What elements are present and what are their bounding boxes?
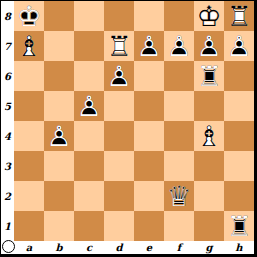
file-label-e: e — [134, 241, 164, 254]
rank-label-4: 4 — [1, 121, 14, 151]
file-label-d: d — [104, 241, 134, 254]
square-a2[interactable] — [14, 181, 44, 211]
piece-black-pawn[interactable]: ♟♙ — [104, 61, 134, 91]
square-d6[interactable]: ♟♙ — [104, 61, 134, 91]
square-a5[interactable] — [14, 91, 44, 121]
square-b2[interactable] — [44, 181, 74, 211]
square-g4[interactable]: ♝♗ — [194, 121, 224, 151]
square-c2[interactable] — [74, 181, 104, 211]
square-d8[interactable] — [104, 1, 134, 31]
file-label-a: a — [14, 241, 44, 254]
file-labels: abcdefgh — [14, 241, 254, 254]
black-pawn-glyph-outline: ♙ — [194, 32, 224, 62]
piece-black-pawn[interactable]: ♟♙ — [194, 31, 224, 61]
piece-black-king[interactable]: ♚♔ — [14, 1, 44, 31]
square-f1[interactable] — [164, 211, 194, 241]
square-c8[interactable] — [74, 1, 104, 31]
square-h8[interactable]: ♜♖ — [224, 1, 254, 31]
white-to-move-indicator — [2, 240, 15, 253]
square-f8[interactable] — [164, 1, 194, 31]
white-rook-glyph-outline: ♖ — [104, 32, 134, 62]
piece-white-rook[interactable]: ♜♖ — [104, 31, 134, 61]
rank-label-8: 8 — [1, 1, 14, 31]
black-pawn-glyph-outline: ♙ — [74, 92, 104, 122]
square-b5[interactable] — [44, 91, 74, 121]
board: ♚♔♚♔♜♖♝♗♜♖♟♙♟♙♟♙♟♙♟♙♜♖♟♙♟♙♝♗♛♕♜♖ — [14, 1, 254, 241]
square-c6[interactable] — [74, 61, 104, 91]
square-e4[interactable] — [134, 121, 164, 151]
square-e3[interactable] — [134, 151, 164, 181]
file-label-g: g — [194, 241, 224, 254]
black-rook-glyph-outline: ♖ — [224, 212, 254, 242]
square-d7[interactable]: ♜♖ — [104, 31, 134, 61]
square-e1[interactable] — [134, 211, 164, 241]
square-h4[interactable] — [224, 121, 254, 151]
square-e2[interactable] — [134, 181, 164, 211]
piece-white-bishop[interactable]: ♝♗ — [194, 121, 224, 151]
piece-black-pawn[interactable]: ♟♙ — [74, 91, 104, 121]
square-d4[interactable] — [104, 121, 134, 151]
black-king-glyph-outline: ♔ — [14, 2, 44, 32]
square-a4[interactable] — [14, 121, 44, 151]
square-h5[interactable] — [224, 91, 254, 121]
square-c5[interactable]: ♟♙ — [74, 91, 104, 121]
square-e5[interactable] — [134, 91, 164, 121]
square-f7[interactable]: ♟♙ — [164, 31, 194, 61]
piece-black-pawn[interactable]: ♟♙ — [164, 31, 194, 61]
rank-labels: 87654321 — [1, 1, 14, 241]
rank-label-1: 1 — [1, 211, 14, 241]
square-h6[interactable] — [224, 61, 254, 91]
square-f4[interactable] — [164, 121, 194, 151]
square-b3[interactable] — [44, 151, 74, 181]
black-pawn-glyph-outline: ♙ — [164, 32, 194, 62]
square-a1[interactable] — [14, 211, 44, 241]
square-b6[interactable] — [44, 61, 74, 91]
piece-black-pawn[interactable]: ♟♙ — [44, 121, 74, 151]
piece-black-rook[interactable]: ♜♖ — [224, 211, 254, 241]
square-b1[interactable] — [44, 211, 74, 241]
square-g5[interactable] — [194, 91, 224, 121]
black-pawn-glyph-outline: ♙ — [44, 122, 74, 152]
black-rook-glyph-outline: ♖ — [194, 62, 224, 92]
square-c1[interactable] — [74, 211, 104, 241]
rank-label-2: 2 — [1, 181, 14, 211]
file-label-b: b — [44, 241, 74, 254]
square-a3[interactable] — [14, 151, 44, 181]
square-g3[interactable] — [194, 151, 224, 181]
square-g2[interactable] — [194, 181, 224, 211]
square-f2[interactable]: ♛♕ — [164, 181, 194, 211]
file-label-c: c — [74, 241, 104, 254]
piece-white-rook[interactable]: ♜♖ — [224, 1, 254, 31]
file-label-f: f — [164, 241, 194, 254]
rank-label-3: 3 — [1, 151, 14, 181]
white-king-glyph-outline: ♔ — [194, 2, 224, 32]
piece-black-queen[interactable]: ♛♕ — [164, 181, 194, 211]
black-queen-glyph-outline: ♕ — [164, 182, 194, 212]
square-d1[interactable] — [104, 211, 134, 241]
black-pawn-glyph-outline: ♙ — [104, 62, 134, 92]
square-c4[interactable] — [74, 121, 104, 151]
square-b8[interactable] — [44, 1, 74, 31]
square-h1[interactable]: ♜♖ — [224, 211, 254, 241]
square-a7[interactable]: ♝♗ — [14, 31, 44, 61]
square-h2[interactable] — [224, 181, 254, 211]
square-b4[interactable]: ♟♙ — [44, 121, 74, 151]
piece-black-pawn[interactable]: ♟♙ — [134, 31, 164, 61]
square-f5[interactable] — [164, 91, 194, 121]
rank-label-6: 6 — [1, 61, 14, 91]
white-bishop-glyph-outline: ♗ — [14, 32, 44, 62]
black-pawn-glyph-outline: ♙ — [224, 32, 254, 62]
square-g1[interactable] — [194, 211, 224, 241]
piece-white-bishop[interactable]: ♝♗ — [14, 31, 44, 61]
square-e8[interactable] — [134, 1, 164, 31]
square-g6[interactable]: ♜♖ — [194, 61, 224, 91]
square-h3[interactable] — [224, 151, 254, 181]
square-h7[interactable]: ♟♙ — [224, 31, 254, 61]
square-b7[interactable] — [44, 31, 74, 61]
chess-diagram: 87654321 ♚♔♚♔♜♖♝♗♜♖♟♙♟♙♟♙♟♙♟♙♜♖♟♙♟♙♝♗♛♕♜… — [0, 0, 257, 257]
square-d5[interactable] — [104, 91, 134, 121]
square-a8[interactable]: ♚♔ — [14, 1, 44, 31]
square-f6[interactable] — [164, 61, 194, 91]
piece-black-pawn[interactable]: ♟♙ — [224, 31, 254, 61]
white-rook-glyph-outline: ♖ — [224, 2, 254, 32]
file-label-h: h — [224, 241, 254, 254]
square-e6[interactable] — [134, 61, 164, 91]
piece-white-king[interactable]: ♚♔ — [194, 1, 224, 31]
rank-label-7: 7 — [1, 31, 14, 61]
white-bishop-glyph-outline: ♗ — [194, 122, 224, 152]
piece-black-rook[interactable]: ♜♖ — [194, 61, 224, 91]
square-f3[interactable] — [164, 151, 194, 181]
square-d2[interactable] — [104, 181, 134, 211]
rank-label-5: 5 — [1, 91, 14, 121]
square-g8[interactable]: ♚♔ — [194, 1, 224, 31]
square-a6[interactable] — [14, 61, 44, 91]
square-g7[interactable]: ♟♙ — [194, 31, 224, 61]
square-c3[interactable] — [74, 151, 104, 181]
square-c7[interactable] — [74, 31, 104, 61]
square-d3[interactable] — [104, 151, 134, 181]
square-e7[interactable]: ♟♙ — [134, 31, 164, 61]
black-pawn-glyph-outline: ♙ — [134, 32, 164, 62]
